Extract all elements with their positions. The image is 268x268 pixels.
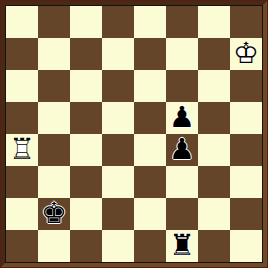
square-b1[interactable] — [38, 230, 70, 262]
square-h7[interactable]: ♚♔ — [230, 38, 262, 70]
board-frame-band: ♚♔♟♜♖♟♚♜ — [1, 1, 267, 267]
square-e5[interactable] — [134, 102, 166, 134]
square-h5[interactable] — [230, 102, 262, 134]
square-f8[interactable] — [166, 6, 198, 38]
square-g6[interactable] — [198, 70, 230, 102]
square-a7[interactable] — [6, 38, 38, 70]
square-f1[interactable]: ♜ — [166, 230, 198, 262]
square-f2[interactable] — [166, 198, 198, 230]
square-b2[interactable]: ♚ — [38, 198, 70, 230]
square-c7[interactable] — [70, 38, 102, 70]
square-e1[interactable] — [134, 230, 166, 262]
board-frame-outer: ♚♔♟♜♖♟♚♜ — [0, 0, 268, 268]
square-b3[interactable] — [38, 166, 70, 198]
square-f3[interactable] — [166, 166, 198, 198]
square-e3[interactable] — [134, 166, 166, 198]
black-king[interactable]: ♚ — [38, 198, 70, 230]
square-c4[interactable] — [70, 134, 102, 166]
square-g5[interactable] — [198, 102, 230, 134]
white-rook[interactable]: ♜♖ — [6, 134, 38, 166]
square-a8[interactable] — [6, 6, 38, 38]
square-b5[interactable] — [38, 102, 70, 134]
square-b8[interactable] — [38, 6, 70, 38]
square-b4[interactable] — [38, 134, 70, 166]
square-g1[interactable] — [198, 230, 230, 262]
square-f6[interactable] — [166, 70, 198, 102]
square-h4[interactable] — [230, 134, 262, 166]
black-pawn[interactable]: ♟ — [166, 102, 198, 134]
square-a6[interactable] — [6, 70, 38, 102]
square-d4[interactable] — [102, 134, 134, 166]
square-d6[interactable] — [102, 70, 134, 102]
square-a4[interactable]: ♜♖ — [6, 134, 38, 166]
square-d3[interactable] — [102, 166, 134, 198]
square-e7[interactable] — [134, 38, 166, 70]
black-pawn[interactable]: ♟ — [166, 134, 198, 166]
board-frame-innerline: ♚♔♟♜♖♟♚♜ — [5, 5, 263, 263]
square-c2[interactable] — [70, 198, 102, 230]
square-b6[interactable] — [38, 70, 70, 102]
square-b7[interactable] — [38, 38, 70, 70]
square-d1[interactable] — [102, 230, 134, 262]
square-d7[interactable] — [102, 38, 134, 70]
square-g8[interactable] — [198, 6, 230, 38]
square-g3[interactable] — [198, 166, 230, 198]
square-d5[interactable] — [102, 102, 134, 134]
square-e4[interactable] — [134, 134, 166, 166]
square-c8[interactable] — [70, 6, 102, 38]
square-c5[interactable] — [70, 102, 102, 134]
square-e8[interactable] — [134, 6, 166, 38]
square-e2[interactable] — [134, 198, 166, 230]
square-h8[interactable] — [230, 6, 262, 38]
square-f5[interactable]: ♟ — [166, 102, 198, 134]
square-c3[interactable] — [70, 166, 102, 198]
square-h2[interactable] — [230, 198, 262, 230]
square-h1[interactable] — [230, 230, 262, 262]
square-g2[interactable] — [198, 198, 230, 230]
square-f4[interactable]: ♟ — [166, 134, 198, 166]
square-a1[interactable] — [6, 230, 38, 262]
square-a5[interactable] — [6, 102, 38, 134]
square-h6[interactable] — [230, 70, 262, 102]
black-rook[interactable]: ♜ — [166, 230, 198, 262]
square-d8[interactable] — [102, 6, 134, 38]
square-f7[interactable] — [166, 38, 198, 70]
square-g7[interactable] — [198, 38, 230, 70]
square-a2[interactable] — [6, 198, 38, 230]
square-c1[interactable] — [70, 230, 102, 262]
square-c6[interactable] — [70, 70, 102, 102]
square-h3[interactable] — [230, 166, 262, 198]
square-e6[interactable] — [134, 70, 166, 102]
chess-board: ♚♔♟♜♖♟♚♜ — [6, 6, 262, 262]
white-king-outline-icon: ♔ — [230, 38, 262, 70]
white-rook-outline-icon: ♖ — [6, 134, 38, 166]
square-g4[interactable] — [198, 134, 230, 166]
square-a3[interactable] — [6, 166, 38, 198]
white-king[interactable]: ♚♔ — [230, 38, 262, 70]
square-d2[interactable] — [102, 198, 134, 230]
